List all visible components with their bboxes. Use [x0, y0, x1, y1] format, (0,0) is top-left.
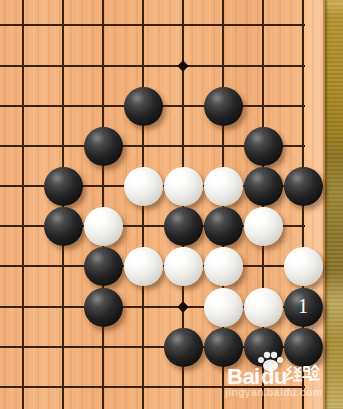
black-stone	[124, 87, 163, 126]
white-stone	[204, 167, 243, 206]
black-stone	[84, 127, 123, 166]
black-stone	[204, 207, 243, 246]
black-stone	[244, 167, 283, 206]
white-stone	[204, 247, 243, 286]
black-stone	[44, 207, 83, 246]
grid-line-horizontal	[0, 65, 305, 67]
white-stone	[124, 247, 163, 286]
go-diagram-screenshot: 1 Bai du	[0, 0, 343, 409]
grid-line-vertical	[102, 0, 104, 409]
white-stone	[164, 167, 203, 206]
white-stone	[244, 207, 283, 246]
black-stone	[84, 247, 123, 286]
move-number-label: 1	[298, 296, 309, 317]
black-stone	[244, 328, 283, 367]
black-stone	[204, 87, 243, 126]
white-stone	[84, 207, 123, 246]
white-stone	[284, 247, 323, 286]
black-stone	[164, 328, 203, 367]
black-stone	[244, 127, 283, 166]
black-stone	[164, 207, 203, 246]
white-stone	[244, 288, 283, 327]
grid-line-horizontal	[0, 386, 305, 388]
black-stone	[284, 167, 323, 206]
black-stone	[84, 288, 123, 327]
black-stone-move-1: 1	[284, 288, 323, 327]
white-stone	[164, 247, 203, 286]
grid-line-vertical	[22, 0, 24, 409]
black-stone	[204, 328, 243, 367]
grid-line-horizontal	[0, 24, 305, 26]
black-stone	[284, 328, 323, 367]
white-stone	[204, 288, 243, 327]
table-edge-strip	[325, 0, 343, 409]
white-stone	[124, 167, 163, 206]
black-stone	[44, 167, 83, 206]
